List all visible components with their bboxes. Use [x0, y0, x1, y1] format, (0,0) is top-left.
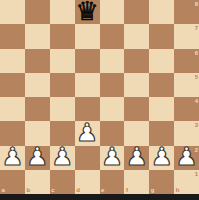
square-g4[interactable] [149, 97, 174, 121]
bottom-strip [0, 194, 199, 200]
square-d8[interactable]: ♛ [75, 0, 100, 24]
square-d5[interactable] [75, 73, 100, 97]
rank-label-1: 1 [195, 171, 198, 177]
square-d1[interactable]: d [75, 170, 100, 194]
white-pawn[interactable]: ♟ [75, 120, 100, 144]
square-h5[interactable]: 5 [174, 73, 199, 97]
square-f8[interactable] [124, 0, 149, 24]
square-a4[interactable] [0, 97, 25, 121]
square-b1[interactable]: b [25, 170, 50, 194]
square-f1[interactable]: f [124, 170, 149, 194]
square-b4[interactable] [25, 97, 50, 121]
square-c4[interactable] [50, 97, 75, 121]
white-pawn[interactable]: ♟ [0, 145, 25, 169]
white-pawn[interactable]: ♟ [25, 145, 50, 169]
square-b8[interactable] [25, 0, 50, 24]
rank-label-6: 6 [195, 50, 198, 56]
rank-label-4: 4 [195, 98, 198, 104]
square-h8[interactable]: 8 [174, 0, 199, 24]
square-b2[interactable]: ♟ [25, 146, 50, 170]
square-e2[interactable]: ♟ [100, 146, 125, 170]
square-c7[interactable] [50, 24, 75, 48]
square-b7[interactable] [25, 24, 50, 48]
square-a1[interactable]: a [0, 170, 25, 194]
file-label-e: e [101, 187, 104, 193]
square-e6[interactable] [100, 49, 125, 73]
square-d3[interactable]: ♟ [75, 121, 100, 145]
square-f6[interactable] [124, 49, 149, 73]
chess-board: ♛87654♟3♟♟♟♟♟♟2♟abcdefg1h [0, 0, 199, 194]
file-label-g: g [151, 187, 155, 193]
square-c6[interactable] [50, 49, 75, 73]
square-g7[interactable] [149, 24, 174, 48]
square-g8[interactable] [149, 0, 174, 24]
square-f5[interactable] [124, 73, 149, 97]
square-e7[interactable] [100, 24, 125, 48]
file-label-c: c [51, 187, 54, 193]
square-e8[interactable] [100, 0, 125, 24]
white-pawn[interactable]: ♟ [149, 145, 174, 169]
square-c2[interactable]: ♟ [50, 146, 75, 170]
square-h4[interactable]: 4 [174, 97, 199, 121]
square-a7[interactable] [0, 24, 25, 48]
square-h1[interactable]: 1h [174, 170, 199, 194]
square-g6[interactable] [149, 49, 174, 73]
white-pawn[interactable]: ♟ [124, 145, 149, 169]
square-a2[interactable]: ♟ [0, 146, 25, 170]
file-label-h: h [176, 187, 180, 193]
square-f4[interactable] [124, 97, 149, 121]
square-c1[interactable]: c [50, 170, 75, 194]
white-pawn[interactable]: ♟ [100, 145, 125, 169]
square-d2[interactable] [75, 146, 100, 170]
white-pawn[interactable]: ♟ [174, 145, 199, 169]
file-label-d: d [76, 187, 80, 193]
square-e5[interactable] [100, 73, 125, 97]
rank-label-7: 7 [195, 25, 198, 31]
square-a6[interactable] [0, 49, 25, 73]
rank-label-8: 8 [195, 1, 198, 7]
square-b6[interactable] [25, 49, 50, 73]
square-c8[interactable] [50, 0, 75, 24]
square-a8[interactable] [0, 0, 25, 24]
square-g2[interactable]: ♟ [149, 146, 174, 170]
square-h2[interactable]: 2♟ [174, 146, 199, 170]
square-g1[interactable]: g [149, 170, 174, 194]
square-d7[interactable] [75, 24, 100, 48]
square-f7[interactable] [124, 24, 149, 48]
square-g5[interactable] [149, 73, 174, 97]
square-b5[interactable] [25, 73, 50, 97]
square-h7[interactable]: 7 [174, 24, 199, 48]
rank-label-5: 5 [195, 74, 198, 80]
square-d6[interactable] [75, 49, 100, 73]
chess-app: ♛87654♟3♟♟♟♟♟♟2♟abcdefg1h [0, 0, 199, 200]
square-e1[interactable]: e [100, 170, 125, 194]
file-label-b: b [26, 187, 30, 193]
white-pawn[interactable]: ♟ [50, 145, 75, 169]
rank-label-3: 3 [195, 122, 198, 128]
file-label-a: a [2, 187, 5, 193]
black-queen[interactable]: ♛ [75, 0, 100, 23]
file-label-f: f [126, 187, 128, 193]
square-e4[interactable] [100, 97, 125, 121]
square-c5[interactable] [50, 73, 75, 97]
square-f2[interactable]: ♟ [124, 146, 149, 170]
square-a5[interactable] [0, 73, 25, 97]
square-h6[interactable]: 6 [174, 49, 199, 73]
